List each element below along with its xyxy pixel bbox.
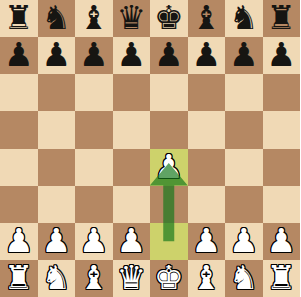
square-a8[interactable]: ♜ [0, 0, 38, 37]
piece-white-queen[interactable]: ♛ [116, 261, 146, 294]
square-c3[interactable] [75, 186, 113, 223]
square-e7[interactable]: ♟ [150, 37, 188, 74]
square-e8[interactable]: ♚ [150, 0, 188, 37]
square-g1[interactable]: ♞ [225, 260, 263, 297]
square-b8[interactable]: ♞ [38, 0, 76, 37]
piece-black-pawn[interactable]: ♟ [79, 38, 109, 71]
square-b4[interactable] [38, 149, 76, 186]
square-h6[interactable] [263, 74, 301, 111]
square-b6[interactable] [38, 74, 76, 111]
piece-black-bishop[interactable]: ♝ [191, 1, 221, 34]
piece-white-bishop[interactable]: ♝ [79, 261, 109, 294]
square-h4[interactable] [263, 149, 301, 186]
square-e5[interactable] [150, 111, 188, 148]
square-f5[interactable] [188, 111, 226, 148]
square-b5[interactable] [38, 111, 76, 148]
square-f2[interactable]: ♟ [188, 223, 226, 260]
piece-black-pawn[interactable]: ♟ [229, 38, 259, 71]
piece-black-pawn[interactable]: ♟ [266, 38, 296, 71]
square-b3[interactable] [38, 186, 76, 223]
square-a4[interactable] [0, 149, 38, 186]
piece-white-pawn[interactable]: ♟ [191, 224, 221, 257]
square-b7[interactable]: ♟ [38, 37, 76, 74]
square-g8[interactable]: ♞ [225, 0, 263, 37]
square-a3[interactable] [0, 186, 38, 223]
board-grid: ♜♞♝♛♚♝♞♜♟♟♟♟♟♟♟♟♟♟♟♟♟♟♟♟♜♞♝♛♚♝♞♜ [0, 0, 300, 297]
square-f8[interactable]: ♝ [188, 0, 226, 37]
square-d8[interactable]: ♛ [113, 0, 151, 37]
piece-black-rook[interactable]: ♜ [266, 1, 296, 34]
square-a5[interactable] [0, 111, 38, 148]
piece-white-pawn[interactable]: ♟ [41, 224, 71, 257]
piece-white-pawn[interactable]: ♟ [4, 224, 34, 257]
square-g5[interactable] [225, 111, 263, 148]
piece-white-rook[interactable]: ♜ [4, 261, 34, 294]
piece-black-knight[interactable]: ♞ [229, 1, 259, 34]
piece-white-pawn[interactable]: ♟ [116, 224, 146, 257]
square-f1[interactable]: ♝ [188, 260, 226, 297]
square-f6[interactable] [188, 74, 226, 111]
square-f4[interactable] [188, 149, 226, 186]
square-c7[interactable]: ♟ [75, 37, 113, 74]
square-e2[interactable] [150, 223, 188, 260]
piece-white-knight[interactable]: ♞ [41, 261, 71, 294]
square-c4[interactable] [75, 149, 113, 186]
square-e3[interactable] [150, 186, 188, 223]
square-c5[interactable] [75, 111, 113, 148]
square-g3[interactable] [225, 186, 263, 223]
piece-black-king[interactable]: ♚ [154, 1, 184, 34]
square-a1[interactable]: ♜ [0, 260, 38, 297]
square-b1[interactable]: ♞ [38, 260, 76, 297]
square-d3[interactable] [113, 186, 151, 223]
piece-black-queen[interactable]: ♛ [116, 1, 146, 34]
square-e1[interactable]: ♚ [150, 260, 188, 297]
piece-black-pawn[interactable]: ♟ [4, 38, 34, 71]
square-d2[interactable]: ♟ [113, 223, 151, 260]
piece-white-pawn[interactable]: ♟ [79, 224, 109, 257]
square-c8[interactable]: ♝ [75, 0, 113, 37]
piece-white-knight[interactable]: ♞ [229, 261, 259, 294]
piece-white-king[interactable]: ♚ [154, 261, 184, 294]
square-h7[interactable]: ♟ [263, 37, 301, 74]
square-d6[interactable] [113, 74, 151, 111]
piece-black-pawn[interactable]: ♟ [41, 38, 71, 71]
square-f7[interactable]: ♟ [188, 37, 226, 74]
piece-white-pawn[interactable]: ♟ [229, 224, 259, 257]
square-e4[interactable]: ♟ [150, 149, 188, 186]
square-f3[interactable] [188, 186, 226, 223]
square-h5[interactable] [263, 111, 301, 148]
square-g2[interactable]: ♟ [225, 223, 263, 260]
square-c2[interactable]: ♟ [75, 223, 113, 260]
chess-board: ♜♞♝♛♚♝♞♜♟♟♟♟♟♟♟♟♟♟♟♟♟♟♟♟♜♞♝♛♚♝♞♜ [0, 0, 300, 297]
piece-white-bishop[interactable]: ♝ [191, 261, 221, 294]
square-b2[interactable]: ♟ [38, 223, 76, 260]
square-e6[interactable] [150, 74, 188, 111]
piece-black-knight[interactable]: ♞ [41, 1, 71, 34]
piece-white-pawn[interactable]: ♟ [266, 224, 296, 257]
square-g6[interactable] [225, 74, 263, 111]
square-d7[interactable]: ♟ [113, 37, 151, 74]
square-a2[interactable]: ♟ [0, 223, 38, 260]
square-c6[interactable] [75, 74, 113, 111]
piece-black-rook[interactable]: ♜ [4, 1, 34, 34]
square-h3[interactable] [263, 186, 301, 223]
square-h8[interactable]: ♜ [263, 0, 301, 37]
piece-black-bishop[interactable]: ♝ [79, 1, 109, 34]
piece-white-pawn[interactable]: ♟ [154, 150, 184, 183]
piece-black-pawn[interactable]: ♟ [116, 38, 146, 71]
piece-black-pawn[interactable]: ♟ [191, 38, 221, 71]
square-h1[interactable]: ♜ [263, 260, 301, 297]
piece-black-pawn[interactable]: ♟ [154, 38, 184, 71]
piece-white-rook[interactable]: ♜ [266, 261, 296, 294]
square-d4[interactable] [113, 149, 151, 186]
square-d5[interactable] [113, 111, 151, 148]
square-a7[interactable]: ♟ [0, 37, 38, 74]
square-g4[interactable] [225, 149, 263, 186]
square-c1[interactable]: ♝ [75, 260, 113, 297]
square-h2[interactable]: ♟ [263, 223, 301, 260]
square-a6[interactable] [0, 74, 38, 111]
square-d1[interactable]: ♛ [113, 260, 151, 297]
square-g7[interactable]: ♟ [225, 37, 263, 74]
